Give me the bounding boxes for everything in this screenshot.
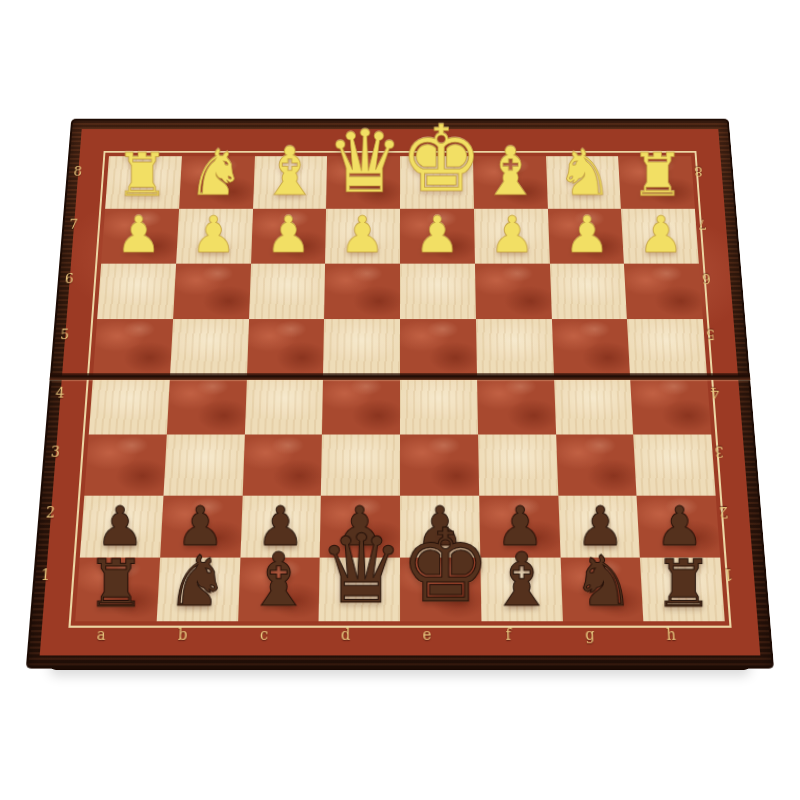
square-g7 — [547, 209, 624, 263]
piece-dark-pawn-g2: ♟ — [560, 499, 640, 553]
square-b8 — [179, 156, 255, 209]
square-g5 — [551, 319, 630, 376]
square-d8 — [326, 156, 400, 209]
square-d7 — [325, 209, 400, 263]
piece-dark-pawn-e2: ♟ — [400, 499, 480, 553]
piece-dark-pawn-c2: ♟ — [240, 499, 320, 553]
square-c5 — [247, 319, 325, 376]
rank-label-left-7: 7 — [61, 216, 86, 232]
square-c6 — [249, 263, 326, 319]
piece-dark-knight-g1: ♞ — [562, 547, 643, 617]
square-g8 — [546, 156, 622, 209]
piece-dark-queen-d1: ♛ — [319, 522, 400, 617]
piece-dark-pawn-a2: ♟ — [80, 499, 160, 553]
product-photo: 8877665544332211abcdefgh ♜♞♝♛♚♝♞♜♟♟♟♟♟♟♟… — [0, 0, 800, 800]
rank-label-right-6: 6 — [693, 270, 719, 287]
square-f6 — [475, 263, 552, 319]
piece-dark-knight-b1: ♞ — [157, 547, 238, 617]
square-b6 — [173, 263, 251, 319]
rank-label-left-6: 6 — [56, 270, 82, 287]
rank-label-left-5: 5 — [52, 326, 78, 343]
square-a8 — [105, 156, 182, 209]
rank-label-right-7: 7 — [690, 216, 715, 232]
square-e6 — [400, 263, 476, 319]
square-f5 — [476, 319, 554, 376]
square-e8 — [400, 156, 474, 209]
piece-dark-bishop-f1: ♝ — [481, 543, 562, 617]
chess-board: 8877665544332211abcdefgh ♜♞♝♛♚♝♞♜♟♟♟♟♟♟♟… — [26, 119, 774, 669]
piece-dark-rook-h1: ♜ — [643, 551, 724, 617]
square-d6 — [324, 263, 400, 319]
rank-label-right-5: 5 — [697, 326, 723, 343]
square-b7 — [176, 209, 253, 263]
square-h8 — [618, 156, 695, 209]
piece-dark-rook-a1: ♜ — [76, 551, 157, 617]
square-h6 — [624, 263, 703, 319]
square-f8 — [473, 156, 548, 209]
square-f7 — [474, 209, 550, 263]
square-d5 — [323, 319, 400, 376]
piece-dark-pawn-h2: ♟ — [640, 499, 720, 553]
square-e7 — [400, 209, 475, 263]
rank-label-right-8: 8 — [686, 163, 711, 179]
square-c7 — [251, 209, 327, 263]
piece-dark-king-e1: ♚ — [400, 515, 481, 616]
square-h5 — [627, 319, 707, 376]
square-a7 — [101, 209, 179, 263]
piece-dark-bishop-c1: ♝ — [238, 543, 319, 617]
square-a6 — [97, 263, 176, 319]
square-h7 — [621, 209, 699, 263]
square-c8 — [253, 156, 328, 209]
square-g6 — [549, 263, 627, 319]
piece-dark-pawn-f2: ♟ — [480, 499, 560, 553]
square-e5 — [400, 319, 477, 376]
square-a5 — [93, 319, 173, 376]
piece-dark-pawn-d2: ♟ — [320, 499, 400, 553]
square-b5 — [170, 319, 249, 376]
piece-dark-pawn-b2: ♟ — [160, 499, 240, 553]
rank-label-left-8: 8 — [65, 163, 90, 179]
